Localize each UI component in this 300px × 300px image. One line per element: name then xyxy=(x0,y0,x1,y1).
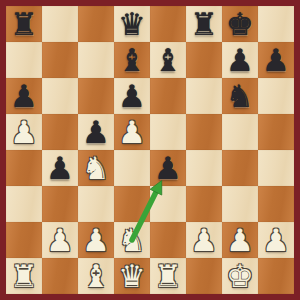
square-c3[interactable] xyxy=(78,186,114,222)
square-g3[interactable] xyxy=(222,186,258,222)
black-bishop[interactable]: ♝ xyxy=(154,42,182,78)
square-b2[interactable]: ♟ xyxy=(42,222,78,258)
square-b8[interactable] xyxy=(42,6,78,42)
square-c6[interactable] xyxy=(78,78,114,114)
black-pawn[interactable]: ♟ xyxy=(118,78,146,114)
square-d4[interactable] xyxy=(114,150,150,186)
square-g5[interactable] xyxy=(222,114,258,150)
square-h3[interactable] xyxy=(258,186,294,222)
square-h5[interactable] xyxy=(258,114,294,150)
black-king[interactable]: ♚ xyxy=(226,6,254,42)
black-pawn[interactable]: ♟ xyxy=(10,78,38,114)
square-a7[interactable] xyxy=(6,42,42,78)
square-f8[interactable]: ♜ xyxy=(186,6,222,42)
white-pawn[interactable]: ♟ xyxy=(10,114,38,150)
square-e7[interactable]: ♝ xyxy=(150,42,186,78)
square-b6[interactable] xyxy=(42,78,78,114)
black-rook[interactable]: ♜ xyxy=(10,6,38,42)
white-knight[interactable]: ♞ xyxy=(118,222,146,258)
square-f3[interactable] xyxy=(186,186,222,222)
square-e5[interactable] xyxy=(150,114,186,150)
white-pawn[interactable]: ♟ xyxy=(118,114,146,150)
square-d3[interactable] xyxy=(114,186,150,222)
square-b5[interactable] xyxy=(42,114,78,150)
square-d2[interactable]: ♞ xyxy=(114,222,150,258)
white-bishop[interactable]: ♝ xyxy=(82,258,110,294)
square-f5[interactable] xyxy=(186,114,222,150)
square-e4[interactable]: ♟ xyxy=(150,150,186,186)
black-pawn[interactable]: ♟ xyxy=(154,150,182,186)
black-pawn[interactable]: ♟ xyxy=(82,114,110,150)
white-pawn[interactable]: ♟ xyxy=(46,222,74,258)
white-pawn[interactable]: ♟ xyxy=(262,222,290,258)
chess-board: ♜♛♜♚♝♝♟♟♟♟♞♟♟♟♟♞♟♟♟♞♟♟♟♜♝♛♜♚ xyxy=(6,6,294,294)
square-h2[interactable]: ♟ xyxy=(258,222,294,258)
square-d6[interactable]: ♟ xyxy=(114,78,150,114)
square-h6[interactable] xyxy=(258,78,294,114)
square-d8[interactable]: ♛ xyxy=(114,6,150,42)
square-b4[interactable]: ♟ xyxy=(42,150,78,186)
square-c2[interactable]: ♟ xyxy=(78,222,114,258)
square-a2[interactable] xyxy=(6,222,42,258)
black-rook[interactable]: ♜ xyxy=(190,6,218,42)
square-g4[interactable] xyxy=(222,150,258,186)
square-b3[interactable] xyxy=(42,186,78,222)
white-queen[interactable]: ♛ xyxy=(118,258,146,294)
square-b1[interactable] xyxy=(42,258,78,294)
square-g7[interactable]: ♟ xyxy=(222,42,258,78)
board-frame: ♜♛♜♚♝♝♟♟♟♟♞♟♟♟♟♞♟♟♟♞♟♟♟♜♝♛♜♚ xyxy=(0,0,300,300)
square-f7[interactable] xyxy=(186,42,222,78)
square-f1[interactable] xyxy=(186,258,222,294)
square-b7[interactable] xyxy=(42,42,78,78)
white-rook[interactable]: ♜ xyxy=(154,258,182,294)
square-c1[interactable]: ♝ xyxy=(78,258,114,294)
square-g2[interactable]: ♟ xyxy=(222,222,258,258)
square-f4[interactable] xyxy=(186,150,222,186)
black-queen[interactable]: ♛ xyxy=(118,6,146,42)
white-knight[interactable]: ♞ xyxy=(82,150,110,186)
white-king[interactable]: ♚ xyxy=(226,258,254,294)
white-pawn[interactable]: ♟ xyxy=(82,222,110,258)
square-g8[interactable]: ♚ xyxy=(222,6,258,42)
square-a1[interactable]: ♜ xyxy=(6,258,42,294)
square-h4[interactable] xyxy=(258,150,294,186)
square-e1[interactable]: ♜ xyxy=(150,258,186,294)
square-d7[interactable]: ♝ xyxy=(114,42,150,78)
square-f2[interactable]: ♟ xyxy=(186,222,222,258)
square-e6[interactable] xyxy=(150,78,186,114)
black-pawn[interactable]: ♟ xyxy=(226,42,254,78)
square-a5[interactable]: ♟ xyxy=(6,114,42,150)
square-d5[interactable]: ♟ xyxy=(114,114,150,150)
square-e8[interactable] xyxy=(150,6,186,42)
square-a8[interactable]: ♜ xyxy=(6,6,42,42)
white-pawn[interactable]: ♟ xyxy=(190,222,218,258)
square-h7[interactable]: ♟ xyxy=(258,42,294,78)
square-c4[interactable]: ♞ xyxy=(78,150,114,186)
square-g6[interactable]: ♞ xyxy=(222,78,258,114)
square-e2[interactable] xyxy=(150,222,186,258)
square-g1[interactable]: ♚ xyxy=(222,258,258,294)
white-pawn[interactable]: ♟ xyxy=(226,222,254,258)
square-a6[interactable]: ♟ xyxy=(6,78,42,114)
square-d1[interactable]: ♛ xyxy=(114,258,150,294)
square-c8[interactable] xyxy=(78,6,114,42)
square-e3[interactable] xyxy=(150,186,186,222)
square-f6[interactable] xyxy=(186,78,222,114)
black-pawn[interactable]: ♟ xyxy=(46,150,74,186)
square-a4[interactable] xyxy=(6,150,42,186)
white-rook[interactable]: ♜ xyxy=(10,258,38,294)
square-a3[interactable] xyxy=(6,186,42,222)
square-h1[interactable] xyxy=(258,258,294,294)
black-pawn[interactable]: ♟ xyxy=(262,42,290,78)
square-h8[interactable] xyxy=(258,6,294,42)
black-knight[interactable]: ♞ xyxy=(226,78,254,114)
square-c5[interactable]: ♟ xyxy=(78,114,114,150)
black-bishop[interactable]: ♝ xyxy=(118,42,146,78)
square-c7[interactable] xyxy=(78,42,114,78)
